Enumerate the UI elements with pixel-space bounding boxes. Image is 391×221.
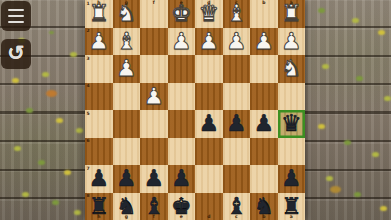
square-b7[interactable] — [250, 165, 278, 193]
square-f3[interactable] — [140, 55, 168, 83]
square-c4[interactable] — [223, 83, 251, 111]
coord-label: e — [180, 215, 183, 220]
piece-bP: ♟ — [281, 165, 302, 193]
coord-label: b — [262, 215, 265, 220]
square-b4[interactable] — [250, 83, 278, 111]
coord-label: h — [97, 215, 100, 220]
menu-button[interactable] — [1, 1, 31, 31]
square-b8[interactable]: ♞b — [250, 193, 278, 221]
coord-label: 4 — [87, 84, 90, 89]
square-h4[interactable]: 4 — [85, 83, 113, 111]
coord-label: a — [290, 215, 293, 220]
square-h2[interactable]: ♟2 — [85, 28, 113, 56]
coord-label: a — [290, 1, 293, 6]
square-a5[interactable]: ♛ — [278, 110, 306, 138]
piece-wP: ♟ — [143, 83, 164, 111]
piece-wP: ♟ — [281, 28, 302, 56]
square-h8[interactable]: ♜h8 — [85, 193, 113, 221]
square-e2[interactable]: ♟ — [168, 28, 196, 56]
flip-board-button[interactable]: ↺ — [1, 39, 31, 69]
coord-label: f — [153, 215, 155, 220]
square-e8[interactable]: ♚e — [168, 193, 196, 221]
square-f8[interactable]: ♝f — [140, 193, 168, 221]
coord-label: f — [153, 1, 155, 6]
piece-wN: ♞ — [281, 55, 302, 83]
square-e4[interactable] — [168, 83, 196, 111]
square-g3[interactable]: ♟ — [113, 55, 141, 83]
square-a2[interactable]: ♟ — [278, 28, 306, 56]
coord-label: h — [97, 1, 100, 6]
square-c3[interactable] — [223, 55, 251, 83]
coord-label: d — [207, 215, 210, 220]
coord-label: 7 — [87, 167, 90, 172]
square-d1[interactable]: ♛d — [195, 0, 223, 28]
coord-label: b — [262, 1, 265, 6]
square-h6[interactable]: 6 — [85, 138, 113, 166]
piece-wP: ♟ — [226, 28, 247, 56]
square-g5[interactable] — [113, 110, 141, 138]
square-f7[interactable]: ♟ — [140, 165, 168, 193]
square-d6[interactable] — [195, 138, 223, 166]
square-c5[interactable]: ♟ — [223, 110, 251, 138]
square-e6[interactable] — [168, 138, 196, 166]
piece-bP: ♟ — [88, 165, 109, 193]
square-a3[interactable]: ♞ — [278, 55, 306, 83]
square-f2[interactable] — [140, 28, 168, 56]
square-h5[interactable]: 5 — [85, 110, 113, 138]
square-d8[interactable]: d — [195, 193, 223, 221]
piece-wP: ♟ — [198, 28, 219, 56]
coord-label: 6 — [87, 139, 90, 144]
coord-label: 5 — [87, 112, 90, 117]
square-g1[interactable]: ♞g — [113, 0, 141, 28]
square-c6[interactable] — [223, 138, 251, 166]
square-f1[interactable]: f — [140, 0, 168, 28]
coord-label: c — [235, 1, 238, 6]
square-d2[interactable]: ♟ — [195, 28, 223, 56]
coord-label: 8 — [87, 194, 90, 199]
square-b5[interactable]: ♟ — [250, 110, 278, 138]
piece-bP: ♟ — [171, 165, 192, 193]
coord-label: 2 — [87, 29, 90, 34]
square-b6[interactable] — [250, 138, 278, 166]
square-c2[interactable]: ♟ — [223, 28, 251, 56]
square-h3[interactable]: 3 — [85, 55, 113, 83]
square-g8[interactable]: ♞g — [113, 193, 141, 221]
hamburger-icon — [8, 7, 24, 25]
square-f6[interactable] — [140, 138, 168, 166]
piece-wP: ♟ — [88, 28, 109, 56]
square-f4[interactable]: ♟ — [140, 83, 168, 111]
square-a6[interactable] — [278, 138, 306, 166]
square-b1[interactable]: b — [250, 0, 278, 28]
coord-label: g — [125, 215, 128, 220]
rotate-ccw-icon: ↺ — [7, 43, 25, 64]
coord-label: 3 — [87, 57, 90, 62]
square-c1[interactable]: ♝c — [223, 0, 251, 28]
coord-label: g — [125, 1, 128, 6]
square-h7[interactable]: ♟7 — [85, 165, 113, 193]
square-a4[interactable] — [278, 83, 306, 111]
square-a1[interactable]: ♜a — [278, 0, 306, 28]
app-screen: ↺ ♜h1♞gf♚e♛d♝cb♜a♟2♝♟♟♟♟♟3♟♞4♟5♟♟♟♛6♟7♟♟… — [0, 0, 391, 220]
piece-bP: ♟ — [253, 110, 274, 138]
square-c8[interactable]: ♝c — [223, 193, 251, 221]
square-e3[interactable] — [168, 55, 196, 83]
square-e1[interactable]: ♚e — [168, 0, 196, 28]
piece-bP: ♟ — [198, 110, 219, 138]
coord-label: 1 — [87, 2, 90, 7]
piece-bP: ♟ — [143, 165, 164, 193]
square-d5[interactable]: ♟ — [195, 110, 223, 138]
square-b3[interactable] — [250, 55, 278, 83]
square-a7[interactable]: ♟ — [278, 165, 306, 193]
square-a8[interactable]: ♜a — [278, 193, 306, 221]
piece-wP: ♟ — [171, 28, 192, 56]
square-g4[interactable] — [113, 83, 141, 111]
square-d4[interactable] — [195, 83, 223, 111]
square-g7[interactable]: ♟ — [113, 165, 141, 193]
coord-label: e — [180, 1, 183, 6]
piece-wB: ♝ — [116, 28, 137, 56]
coord-label: c — [235, 215, 238, 220]
square-g2[interactable]: ♝ — [113, 28, 141, 56]
square-c7[interactable] — [223, 165, 251, 193]
square-e5[interactable] — [168, 110, 196, 138]
square-f5[interactable] — [140, 110, 168, 138]
piece-bP: ♟ — [226, 110, 247, 138]
square-b2[interactable]: ♟ — [250, 28, 278, 56]
square-d3[interactable] — [195, 55, 223, 83]
coord-label: d — [207, 1, 210, 6]
piece-bQ: ♛ — [281, 110, 302, 138]
square-d7[interactable] — [195, 165, 223, 193]
square-h1[interactable]: ♜h1 — [85, 0, 113, 28]
piece-wP: ♟ — [116, 55, 137, 83]
piece-wP: ♟ — [253, 28, 274, 56]
square-g6[interactable] — [113, 138, 141, 166]
piece-bP: ♟ — [116, 165, 137, 193]
chess-board: ♜h1♞gf♚e♛d♝cb♜a♟2♝♟♟♟♟♟3♟♞4♟5♟♟♟♛6♟7♟♟♟♟… — [85, 0, 305, 220]
square-e7[interactable]: ♟ — [168, 165, 196, 193]
